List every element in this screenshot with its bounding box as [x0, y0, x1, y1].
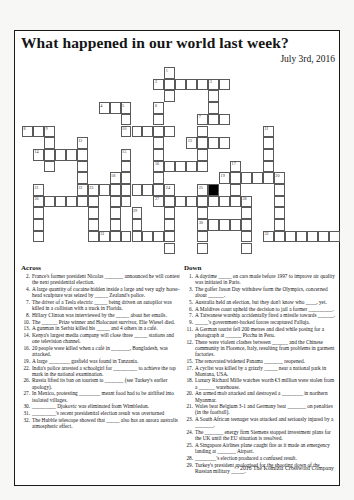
clue-item: 9._____'s government-backed forces recap… [184, 319, 336, 325]
grid-cell[interactable] [164, 126, 175, 138]
clue-number: 20. [184, 390, 195, 402]
grid-cell[interactable] [110, 102, 121, 114]
grid-cell[interactable] [110, 196, 121, 208]
clue-text: The driver of a Tesla electric _____ bei… [32, 299, 181, 311]
clue-text: A South African teenager was attacked an… [195, 416, 336, 428]
grid-cell[interactable] [153, 231, 164, 243]
cell-number: 30 [199, 220, 203, 225]
grid-cell[interactable] [175, 79, 186, 91]
clue-text: Hillary Clinton was interviewed by the _… [32, 312, 181, 318]
clue-item: 14.Kenya's largest media company will cl… [21, 332, 181, 344]
clue-number: 22. [21, 365, 32, 377]
grid-cell[interactable]: 4 [99, 102, 110, 114]
clue-number: 7. [21, 299, 32, 311]
grid-cell[interactable] [132, 231, 143, 243]
clue-item: 17.A cyclist was killed by a grizzly ___… [184, 365, 336, 377]
clue-number: 23. [184, 416, 195, 428]
clue-number: 3. [184, 286, 195, 298]
grid-cell[interactable] [153, 137, 164, 149]
down-clues: Down 1.A daytime _____ on cars made befo… [184, 265, 336, 475]
grid-cell[interactable]: 19 [219, 172, 230, 184]
grid-cell[interactable] [99, 184, 110, 196]
clue-text: A gunman in Serbia killed his _____ and … [32, 325, 181, 331]
grid-cell[interactable] [208, 219, 219, 231]
clue-text: A cyclist was killed by a grizzly _____ … [195, 365, 336, 377]
clue-number: 7. [184, 312, 195, 318]
cell-number: 17 [232, 161, 236, 166]
clue-number: 31. [21, 410, 32, 416]
cell-number: 16 [155, 161, 159, 166]
grid-cell[interactable] [274, 231, 285, 243]
clue-text: A large ________ gasfield was found in T… [32, 358, 181, 364]
grid-cell[interactable] [307, 231, 318, 243]
clue-number: 32. [21, 417, 32, 429]
clue-item: 20.An armed mob attacked and destroyed a… [184, 390, 336, 402]
clue-item: 32.The Hubble telescope showed that ____… [21, 417, 181, 429]
cell-number: 14 [34, 149, 38, 154]
grid-cell[interactable] [153, 126, 164, 138]
grid-cell[interactable]: 3 [208, 79, 219, 91]
grid-cell[interactable] [44, 137, 55, 149]
clue-text: ________'s election produced a confused … [195, 455, 336, 461]
grid-cell[interactable] [208, 196, 219, 208]
clue-text: The ______ Prize winner and Holocaust su… [32, 319, 181, 325]
clue-item: 2.France's former president Nicolas ____… [21, 273, 181, 285]
cell-number: 23 [89, 185, 93, 190]
grid-cell[interactable] [252, 172, 263, 184]
grid-cell[interactable] [230, 219, 241, 231]
grid-cell[interactable] [88, 207, 99, 219]
cell-number: 20 [275, 173, 279, 178]
grid-cell[interactable]: 30 [197, 219, 208, 231]
clue-number: 11. [184, 326, 195, 338]
grid-cell[interactable] [110, 219, 121, 231]
clue-text: A German tourist fell 200 metres and die… [195, 326, 336, 338]
clue-text: Wales beat Belgium 3-1 and Germany beat … [195, 403, 336, 415]
cell-number: 11 [264, 126, 268, 131]
cell-number: 7 [199, 114, 201, 119]
clue-text: A daytime _____ on cars made before 1997… [195, 273, 336, 285]
grid-cell[interactable]: 29 [132, 207, 143, 219]
grid-cell[interactable] [44, 149, 55, 161]
clue-number: 27. [21, 390, 32, 402]
grid-cell[interactable] [208, 90, 219, 102]
grid-cell[interactable] [142, 126, 153, 138]
clue-number: 28. [184, 455, 195, 461]
page-title: What happened in our world last week? [21, 34, 333, 52]
grid-cell[interactable]: 15 [121, 149, 132, 161]
clue-number: 10. [21, 319, 32, 325]
clue-item: 6.A Maldives court upheld the decision t… [184, 306, 336, 312]
grid-cell[interactable] [197, 161, 208, 173]
grid-cell[interactable] [132, 184, 143, 196]
grid-cell[interactable]: 27 [153, 196, 164, 208]
cell-number: 18 [111, 173, 115, 178]
clue-text: Russia lifted its ban on tourism to ____… [32, 377, 181, 389]
clue-text: An armed mob attacked and destroyed a __… [195, 390, 336, 402]
grid-cell[interactable] [33, 231, 44, 243]
grid-cell[interactable] [274, 207, 285, 219]
grid-cell[interactable] [197, 207, 208, 219]
grid-cell[interactable] [88, 231, 99, 243]
grid-cell[interactable]: 31 [99, 231, 110, 243]
grid-cell[interactable]: 1 [164, 67, 175, 79]
clue-text: There were violent clashes between _____… [195, 339, 336, 358]
clue-item: 16.20 people were killed when a café in … [21, 345, 181, 357]
clue-text: 20 people were killed when a café in ___… [32, 345, 181, 357]
clue-item: 7.The driver of a Tesla electric _____ b… [21, 299, 181, 311]
grid-cell[interactable]: 24 [164, 184, 175, 196]
clue-text: India's police arrested a schoolgirl for… [32, 365, 181, 377]
grid-cell[interactable]: 14 [33, 149, 44, 161]
grid-cell[interactable]: 5 [121, 102, 132, 114]
grid-cell[interactable] [241, 231, 252, 243]
clue-text: The _______ energy firm Siemens stopped … [195, 429, 336, 441]
grid-cell[interactable] [153, 149, 164, 161]
grid-cell[interactable] [88, 219, 99, 231]
cell-number: 32 [264, 231, 268, 236]
grid-cell[interactable]: 23 [88, 184, 99, 196]
clue-item: 13.A gunman in Serbia killed his _____ a… [21, 325, 181, 331]
grid-cell[interactable]: 13 [186, 137, 197, 149]
clue-number: 19. [21, 358, 32, 364]
clue-number: 15. [184, 358, 195, 364]
clue-item: 31._________'s recent presidential elect… [21, 410, 181, 416]
grid-cell[interactable] [208, 137, 219, 149]
grid-cell[interactable] [110, 231, 121, 243]
grid-cell[interactable] [241, 243, 252, 255]
grid-cell[interactable] [230, 172, 241, 184]
across-clues: Across 2.France's former president Nicol… [21, 265, 181, 430]
clue-text: In Mexico, protesting ________ meant foo… [32, 390, 181, 402]
grid-cell[interactable] [164, 219, 175, 231]
clue-number: 4. [21, 286, 32, 298]
grid-cell[interactable] [121, 161, 132, 173]
grid-cell[interactable]: 2 [153, 79, 164, 91]
grid-cell[interactable] [219, 137, 230, 149]
grid-cell[interactable] [121, 172, 132, 184]
grid-cell[interactable]: 21 [33, 184, 44, 196]
grid-cell[interactable] [197, 231, 208, 243]
grid-cell[interactable] [197, 243, 208, 255]
cell-number: 22 [78, 185, 82, 190]
clue-text: Kenya's largest media company will close… [32, 332, 181, 344]
puzzle-sheet: What happened in our world last week? Ju… [14, 30, 340, 486]
clue-text: France's former president Nicolas ______… [32, 273, 181, 285]
grid-cell[interactable]: 8 [22, 126, 33, 138]
grid-cell[interactable] [230, 196, 241, 208]
crossword-grid: 1234567891011121314151617181920212223242… [22, 67, 340, 257]
clue-text: Luxury Richard Mille watches worth €3 mi… [195, 377, 336, 389]
cell-number: 19 [221, 173, 225, 178]
grid-cell[interactable]: 28 [241, 196, 252, 208]
crossword-page: { "game": "crossword", "page": { "title"… [0, 0, 354, 500]
grid-cell[interactable] [66, 149, 77, 161]
clue-text: A Maldives court upheld the decision to … [195, 306, 336, 312]
grid-cell[interactable] [208, 114, 219, 126]
cell-number: 24 [166, 185, 170, 190]
grid-cell[interactable]: 17 [230, 161, 241, 173]
clue-number: 16. [21, 345, 32, 357]
clue-number: 26. [21, 377, 32, 389]
grid-cell[interactable] [208, 102, 219, 114]
puzzle-date: July 3rd, 2016 [23, 54, 335, 64]
cell-number: 29 [133, 208, 137, 213]
cell-number: 27 [155, 196, 159, 201]
clue-item: 21.Wales beat Belgium 3-1 and Germany be… [184, 403, 336, 415]
grid-cell[interactable] [285, 231, 296, 243]
clue-number: 6. [184, 306, 195, 312]
grid-cell[interactable] [263, 172, 274, 184]
grid-cell[interactable]: 11 [263, 126, 274, 138]
clue-text: The Hubble telescope showed that _____ a… [32, 417, 181, 429]
grid-cell[interactable] [153, 172, 164, 184]
grid-cell[interactable] [153, 184, 164, 196]
clue-item: 3.The golfer Jason Day withdrew form the… [184, 286, 336, 298]
grid-cell[interactable] [219, 79, 230, 91]
grid-cell[interactable] [230, 184, 241, 196]
grid-cell[interactable] [197, 149, 208, 161]
grid-cell[interactable] [219, 196, 230, 208]
grid-cell[interactable] [219, 219, 230, 231]
cell-number: 5 [122, 103, 124, 108]
clue-number: 13. [21, 325, 32, 331]
clue-item: 7.A Taiwanese warship accidentally fired… [184, 312, 336, 318]
grid-cell[interactable] [241, 172, 252, 184]
cell-number: 15 [122, 149, 126, 154]
grid-cell[interactable] [33, 207, 44, 219]
grid-cell[interactable] [263, 137, 274, 149]
grid-cell[interactable] [121, 114, 132, 126]
grid-cell[interactable] [329, 231, 340, 243]
grid-cell[interactable] [274, 219, 285, 231]
grid-cell[interactable] [77, 172, 88, 184]
clue-item: 28.________'s election produced a confus… [184, 455, 336, 461]
clue-number: 1. [184, 273, 195, 285]
clue-item: 8.Hillary Clinton was interviewed by the… [21, 312, 181, 318]
cell-number: 6 [155, 103, 157, 108]
clue-item: 23.A South African teenager was attacked… [184, 416, 336, 428]
grid-cell[interactable] [88, 196, 99, 208]
grid-cell[interactable] [121, 231, 132, 243]
clue-number: 30. [21, 403, 32, 409]
clue-text: A Singapore Airlines plane caught fire a… [195, 442, 336, 454]
clue-item: 25.A Singapore Airlines plane caught fir… [184, 442, 336, 454]
grid-cell[interactable]: 32 [263, 231, 274, 243]
cell-number: 3 [210, 79, 212, 84]
clue-text: A Taiwanese warship accidentally fired a… [195, 312, 336, 318]
clue-item: 15.The renovated/widened Panama _______ … [184, 358, 336, 364]
clue-item: 19.A large ________ gasfield was found i… [21, 358, 181, 364]
clue-number: 9. [184, 319, 195, 325]
clue-item: 24.The _______ energy firm Siemens stopp… [184, 429, 336, 441]
grid-cell[interactable] [186, 79, 197, 91]
grid-cell[interactable] [263, 161, 274, 173]
clue-number: 24. [184, 429, 195, 441]
grid-cell[interactable] [77, 196, 88, 208]
grid-cell[interactable]: 16 [153, 161, 164, 173]
grid-cell[interactable] [132, 219, 143, 231]
grid-cell[interactable]: 7 [197, 114, 208, 126]
clue-text: _________ Djokovic was eliminated from W… [32, 403, 181, 409]
grid-cell[interactable] [55, 196, 66, 208]
grid-cell[interactable] [33, 219, 44, 231]
cell-number: 4 [100, 103, 102, 108]
cell-number: 28 [243, 196, 247, 201]
grid-cell[interactable] [241, 207, 252, 219]
clue-item: 26.Russia lifted its ban on tourism to _… [21, 377, 181, 389]
cell-number: 8 [24, 126, 26, 131]
clue-number: 21. [184, 403, 195, 415]
down-clue-list: 1.A daytime _____ on cars made before 19… [184, 273, 336, 474]
grid-cell[interactable] [121, 184, 132, 196]
grid-cell[interactable] [197, 79, 208, 91]
grid-cell[interactable] [164, 79, 175, 91]
cell-number: 10 [122, 126, 126, 131]
clue-text: The golfer Jason Day withdrew form the O… [195, 286, 336, 298]
grid-cell[interactable] [197, 126, 208, 138]
clue-item: 5.Australia held an election, but they d… [184, 299, 336, 305]
clue-text: _____'s government-backed forces recaptu… [195, 319, 336, 325]
grid-cell[interactable] [164, 196, 175, 208]
grid-cell[interactable] [44, 161, 55, 173]
cell-number: 12 [78, 138, 82, 143]
grid-cell[interactable] [110, 184, 121, 196]
grid-cell[interactable] [296, 231, 307, 243]
grid-cell[interactable]: 9 [44, 126, 55, 138]
grid-cell[interactable] [164, 207, 175, 219]
grid-cell[interactable]: 20 [274, 172, 285, 184]
grid-cell[interactable]: 22 [77, 184, 88, 196]
cell-number: 9 [45, 126, 47, 131]
clue-text: A large quantity of cocaine hidden insid… [32, 286, 181, 298]
grid-cell[interactable] [153, 114, 164, 126]
clue-text: Australia held an election, but they don… [195, 299, 336, 305]
clue-item: 1.A daytime _____ on cars made before 19… [184, 273, 336, 285]
grid-cell[interactable] [197, 196, 208, 208]
grid-cell[interactable] [263, 149, 274, 161]
grid-cell[interactable] [110, 207, 121, 219]
grid-cell[interactable] [77, 161, 88, 173]
cell-number: 25 [199, 185, 203, 190]
clue-number: 2. [21, 273, 32, 285]
clue-number: 14. [21, 332, 32, 344]
across-clue-list: 2.France's former president Nicolas ____… [21, 273, 181, 429]
clue-item: 10.The ______ Prize winner and Holocaust… [21, 319, 181, 325]
clue-number: 18. [184, 377, 195, 389]
clue-number: 25. [184, 442, 195, 454]
grid-cell[interactable]: 12 [77, 137, 88, 149]
across-header: Across [21, 265, 181, 271]
clue-number: 12. [184, 339, 195, 358]
grid-cell[interactable] [186, 196, 197, 208]
clue-text: _________'s recent presidential election… [32, 410, 181, 416]
grid-cell[interactable] [55, 149, 66, 161]
clue-item: 12.There were violent clashes between __… [184, 339, 336, 358]
clue-number: 17. [184, 365, 195, 377]
grid-cell[interactable] [121, 196, 132, 208]
grid-cell[interactable] [274, 196, 285, 208]
grid-cell[interactable] [219, 114, 230, 126]
clue-number: 29. [184, 462, 195, 474]
grid-cell[interactable] [186, 161, 197, 173]
grid-cell[interactable] [142, 231, 153, 243]
clue-item: 22.India's police arrested a schoolgirl … [21, 365, 181, 377]
cell-number: 1 [166, 68, 168, 73]
clue-number: 5. [184, 299, 195, 305]
copyright-footer: © 2016 The Komizla Crossword Company [234, 465, 334, 471]
grid-cell[interactable] [164, 161, 175, 173]
clue-number: 8. [21, 312, 32, 318]
grid-cell[interactable] [142, 184, 153, 196]
grid-cell[interactable] [33, 126, 44, 138]
grid-cell[interactable] [197, 137, 208, 149]
clue-item: 4.A large quantity of cocaine hidden ins… [21, 286, 181, 298]
grid-cell[interactable] [132, 126, 143, 138]
grid-cell[interactable] [77, 149, 88, 161]
grid-cell[interactable] [164, 231, 175, 243]
black-cell [208, 184, 219, 196]
grid-cell[interactable]: 26 [33, 196, 44, 208]
grid-cell[interactable] [241, 219, 252, 231]
grid-cell[interactable] [175, 161, 186, 173]
cell-number: 26 [34, 196, 38, 201]
clue-item: 11.A German tourist fell 200 metres and … [184, 326, 336, 338]
grid-cell[interactable]: 25 [197, 184, 208, 196]
grid-cell[interactable] [274, 184, 285, 196]
clue-item: 18.Luxury Richard Mille watches worth €3… [184, 377, 336, 389]
clue-item: 27.In Mexico, protesting ________ meant … [21, 390, 181, 402]
grid-cell[interactable] [44, 196, 55, 208]
cell-number: 13 [188, 138, 192, 143]
cell-number: 21 [34, 185, 38, 190]
grid-cell[interactable] [318, 231, 329, 243]
clue-item: 30._________ Djokovic was eliminated fro… [21, 403, 181, 409]
grid-cell[interactable]: 10 [121, 126, 132, 138]
grid-cell[interactable] [175, 196, 186, 208]
clue-text: The renovated/widened Panama _______ reo… [195, 358, 336, 364]
grid-cell[interactable] [164, 90, 175, 102]
grid-cell[interactable] [66, 196, 77, 208]
cell-number: 2 [155, 79, 157, 84]
down-header: Down [184, 265, 336, 271]
grid-cell[interactable]: 6 [153, 102, 164, 114]
cell-number: 31 [100, 231, 104, 236]
grid-cell[interactable]: 18 [110, 172, 121, 184]
grid-cell[interactable] [164, 243, 175, 255]
